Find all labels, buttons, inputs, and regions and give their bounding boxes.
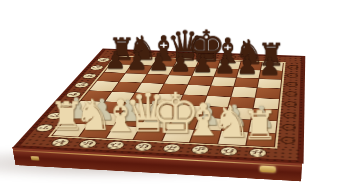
square-e5: [183, 85, 209, 95]
rank-label-6: 6: [80, 73, 98, 79]
square-g5: [231, 87, 256, 97]
file-label-h: H: [247, 148, 267, 158]
photo-scene: ♜♞♝♛♚♝♞♜♟♟♟♟♟♟♟♟♟♟♟♟♟♟♟♟♜♞♝♛♚♝♞♜ 8A7B6C5…: [0, 0, 360, 190]
square-a3: [73, 101, 105, 113]
square-e4: [179, 95, 207, 106]
square-g8: ♞: [239, 61, 261, 69]
ornament-ring-icon: [281, 123, 296, 130]
square-c3: [123, 103, 153, 115]
square-g6: [234, 78, 258, 88]
file-label-d: D: [132, 142, 154, 152]
ornament-ring-icon: [282, 112, 296, 119]
square-g2: ♟: [222, 119, 250, 132]
ornament-ring-icon: [204, 54, 217, 58]
square-e1: ♚: [162, 128, 194, 142]
square-e3: [173, 105, 202, 117]
ornament-ring-icon: [224, 55, 236, 59]
square-h6: [258, 79, 282, 89]
file-label-c: C: [104, 140, 127, 150]
file-label-e: E: [160, 143, 181, 153]
chess-set-photo: ♜♞♝♛♚♝♞♜♟♟♟♟♟♟♟♟♟♟♟♟♟♟♟♟♜♞♝♛♚♝♞♜ 8A7B6C5…: [0, 0, 360, 190]
rank-label-7: 7: [88, 65, 106, 71]
square-d5: [160, 84, 187, 94]
square-d2: ♟: [141, 115, 172, 128]
rank-label-2: 2: [44, 112, 66, 120]
square-b5: [113, 82, 141, 92]
square-h2: ♟: [249, 120, 277, 133]
square-h1: ♜: [246, 132, 275, 146]
rank-label-4: 4: [63, 91, 83, 98]
chess-board: ♜♞♝♛♚♝♞♜♟♟♟♟♟♟♟♟♟♟♟♟♟♟♟♟♜♞♝♛♚♝♞♜ 8A7B6C5…: [13, 48, 303, 162]
ornament-ring-icon: [266, 56, 278, 60]
square-a5: [90, 81, 119, 91]
brass-hinge-icon: [30, 156, 39, 161]
file-label-f: F: [189, 145, 210, 155]
ornament-ring-icon: [284, 91, 297, 97]
board-grid: ♜♞♝♛♚♝♞♜♟♟♟♟♟♟♟♟♟♟♟♟♟♟♟♟♜♞♝♛♚♝♞♜: [51, 56, 284, 147]
square-e6: [188, 76, 213, 86]
ornament-ring-icon: [245, 55, 257, 59]
square-d6: [165, 75, 191, 84]
square-f6: [211, 77, 236, 87]
square-e7: ♟: [192, 68, 216, 77]
ornament-ring-icon: [285, 81, 298, 87]
square-e2: ♟: [168, 116, 198, 129]
file-label-g: G: [218, 146, 238, 156]
ornament-ring-icon: [122, 51, 136, 55]
square-f1: ♝: [190, 130, 221, 144]
file-label-b: B: [76, 139, 99, 149]
square-h4: [254, 98, 279, 109]
rank-label-1: 1: [33, 123, 56, 132]
rank-label-5: 5: [72, 82, 91, 88]
square-c6: [142, 74, 169, 83]
rank-label-3: 3: [54, 101, 75, 108]
square-g1: ♞: [218, 131, 248, 145]
ornament-ring-icon: [286, 65, 298, 70]
rank-label-8: 8: [95, 57, 112, 62]
square-g3: [225, 107, 252, 119]
square-g4: [228, 97, 254, 108]
ornament-ring-icon: [283, 101, 297, 107]
square-h3: [251, 108, 277, 120]
ornament-ring-icon: [280, 136, 296, 144]
square-f2: ♟: [195, 117, 224, 130]
square-f5: [207, 86, 233, 96]
ornament-ring-icon: [163, 52, 176, 56]
brass-clasp-icon: [260, 166, 276, 173]
square-f3: [199, 106, 227, 118]
ornament-ring-icon: [286, 73, 298, 78]
file-label-a: A: [48, 137, 72, 146]
ornament-ring-icon: [142, 52, 156, 56]
ornament-ring-icon: [183, 53, 196, 57]
square-h5: [256, 88, 280, 98]
square-f4: [203, 96, 230, 107]
